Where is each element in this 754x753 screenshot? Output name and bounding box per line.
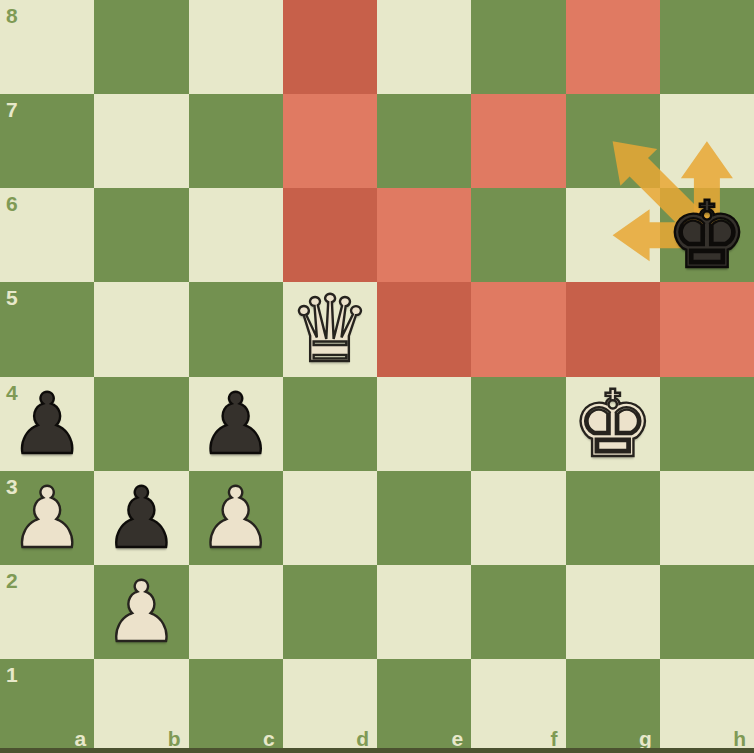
white-pawn-c3[interactable]: ♟ [189,471,283,565]
square-g3[interactable] [566,471,660,565]
square-h7[interactable] [660,94,754,188]
white-king-g4[interactable]: ♚ [566,377,660,471]
square-b1[interactable]: b [94,659,188,753]
square-c1[interactable]: c [189,659,283,753]
file-label-f: f [551,728,558,749]
square-e4[interactable] [377,377,471,471]
square-g1[interactable]: g [566,659,660,753]
file-label-c: c [263,728,275,749]
square-g7[interactable] [566,94,660,188]
square-a6[interactable]: 6 [0,188,94,282]
square-e7[interactable] [377,94,471,188]
square-f3[interactable] [471,471,565,565]
file-label-a: a [75,728,87,749]
square-a5[interactable]: 5 [0,282,94,376]
square-c7[interactable] [189,94,283,188]
square-d2[interactable] [283,565,377,659]
square-a1[interactable]: 1a [0,659,94,753]
square-e2[interactable] [377,565,471,659]
square-d7[interactable] [283,94,377,188]
square-b8[interactable] [94,0,188,94]
square-a8[interactable]: 8 [0,0,94,94]
square-b5[interactable] [94,282,188,376]
square-a2[interactable]: 2 [0,565,94,659]
square-f8[interactable] [471,0,565,94]
square-d3[interactable] [283,471,377,565]
square-f6[interactable] [471,188,565,282]
square-e5[interactable] [377,282,471,376]
square-b6[interactable] [94,188,188,282]
black-king-h6[interactable]: ♚ [660,188,754,282]
square-h5[interactable] [660,282,754,376]
square-e6[interactable] [377,188,471,282]
square-h8[interactable] [660,0,754,94]
square-g5[interactable] [566,282,660,376]
rank-label-2: 2 [6,570,18,591]
white-queen-d5[interactable]: ♛ [283,282,377,376]
rank-label-7: 7 [6,99,18,120]
chess-board: 87654321abcdefgh ♚♛♚♟♟♟♟♟♟ [0,0,754,753]
square-b4[interactable] [94,377,188,471]
square-c6[interactable] [189,188,283,282]
square-f2[interactable] [471,565,565,659]
file-label-e: e [452,728,464,749]
square-c2[interactable] [189,565,283,659]
black-pawn-a4[interactable]: ♟ [0,377,94,471]
rank-label-8: 8 [6,5,18,26]
file-label-h: h [733,728,746,749]
file-label-b: b [168,728,181,749]
square-b7[interactable] [94,94,188,188]
rank-label-5: 5 [6,287,18,308]
square-d1[interactable]: d [283,659,377,753]
square-d8[interactable] [283,0,377,94]
rank-label-1: 1 [6,664,18,685]
square-h3[interactable] [660,471,754,565]
square-d4[interactable] [283,377,377,471]
square-e8[interactable] [377,0,471,94]
white-pawn-a3[interactable]: ♟ [0,471,94,565]
file-label-g: g [639,728,652,749]
square-f1[interactable]: f [471,659,565,753]
square-h2[interactable] [660,565,754,659]
square-a7[interactable]: 7 [0,94,94,188]
file-label-d: d [356,728,369,749]
black-pawn-b3[interactable]: ♟ [94,471,188,565]
square-e1[interactable]: e [377,659,471,753]
square-f4[interactable] [471,377,565,471]
square-g6[interactable] [566,188,660,282]
rank-label-6: 6 [6,193,18,214]
square-h1[interactable]: h [660,659,754,753]
square-h4[interactable] [660,377,754,471]
board-bottom-edge [0,748,754,753]
black-pawn-c4[interactable]: ♟ [189,377,283,471]
square-g8[interactable] [566,0,660,94]
square-c8[interactable] [189,0,283,94]
white-pawn-b2[interactable]: ♟ [94,565,188,659]
square-e3[interactable] [377,471,471,565]
square-c5[interactable] [189,282,283,376]
square-d6[interactable] [283,188,377,282]
square-f5[interactable] [471,282,565,376]
square-f7[interactable] [471,94,565,188]
square-g2[interactable] [566,565,660,659]
